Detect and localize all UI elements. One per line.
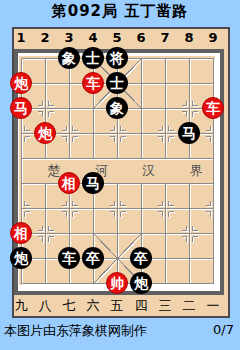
- piece-black-c4r1[interactable]: 士: [82, 47, 104, 69]
- statusbar: 本图片由东萍象棋网制作 0/7: [4, 322, 234, 340]
- col-label-top: 7: [153, 31, 177, 45]
- col-label-top: 8: [177, 31, 201, 45]
- bottom-column-labels: 九 八 七 六 五 四 三 二 一: [9, 299, 225, 313]
- col-label-bottom: 五: [105, 299, 129, 313]
- piece-red-c3r6[interactable]: 相: [58, 172, 80, 194]
- page-title: 第092局 五丁凿路: [0, 2, 240, 21]
- col-label-bottom: 六: [81, 299, 105, 313]
- board-panel: 1 2 3 4 5 6 7 8 9 楚 河 汉 界 象士将炮车士马象车炮马相马相…: [12, 27, 230, 318]
- top-column-labels: 1 2 3 4 5 6 7 8 9: [9, 31, 225, 45]
- col-label-bottom: 三: [153, 299, 177, 313]
- piece-black-c3r9[interactable]: 车: [58, 247, 80, 269]
- piece-red-c2r4[interactable]: 炮: [34, 122, 56, 144]
- piece-red-c1r3[interactable]: 马: [10, 97, 32, 119]
- col-label-top: 1: [9, 31, 33, 45]
- col-label-top: 3: [57, 31, 81, 45]
- pieces-grid: 象士将炮车士马象车炮马相马相炮车卒卒帅炮: [9, 46, 225, 296]
- piece-red-c9r3[interactable]: 车: [202, 97, 224, 119]
- piece-black-c8r4[interactable]: 马: [178, 122, 200, 144]
- piece-red-c1r2[interactable]: 炮: [10, 72, 32, 94]
- col-label-top: 9: [201, 31, 225, 45]
- credit-text: 本图片由东萍象棋网制作: [4, 322, 147, 340]
- piece-black-c3r1[interactable]: 象: [58, 47, 80, 69]
- piece-red-c1r8[interactable]: 相: [10, 222, 32, 244]
- col-label-bottom: 八: [33, 299, 57, 313]
- col-label-bottom: 九: [9, 299, 33, 313]
- move-counter: 0/7: [213, 322, 234, 340]
- xiangqi-app: 第092局 五丁凿路 1 2 3 4 5 6 7 8 9 楚 河 汉 界 象士将…: [0, 0, 240, 350]
- col-label-bottom: 七: [57, 299, 81, 313]
- piece-black-c6r9[interactable]: 卒: [130, 247, 152, 269]
- piece-black-c5r3[interactable]: 象: [106, 97, 128, 119]
- piece-black-c5r2[interactable]: 士: [106, 72, 128, 94]
- piece-red-c5r10[interactable]: 帅: [106, 272, 128, 294]
- col-label-top: 2: [33, 31, 57, 45]
- piece-black-c4r9[interactable]: 卒: [82, 247, 104, 269]
- col-label-bottom: 二: [177, 299, 201, 313]
- col-label-bottom: 一: [201, 299, 225, 313]
- piece-black-c4r6[interactable]: 马: [82, 172, 104, 194]
- piece-black-c6r10[interactable]: 炮: [130, 272, 152, 294]
- piece-black-c5r1[interactable]: 将: [106, 47, 128, 69]
- col-label-top: 6: [129, 31, 153, 45]
- piece-red-c4r2[interactable]: 车: [82, 72, 104, 94]
- col-label-bottom: 四: [129, 299, 153, 313]
- piece-black-c1r9[interactable]: 炮: [10, 247, 32, 269]
- col-label-top: 4: [81, 31, 105, 45]
- col-label-top: 5: [105, 31, 129, 45]
